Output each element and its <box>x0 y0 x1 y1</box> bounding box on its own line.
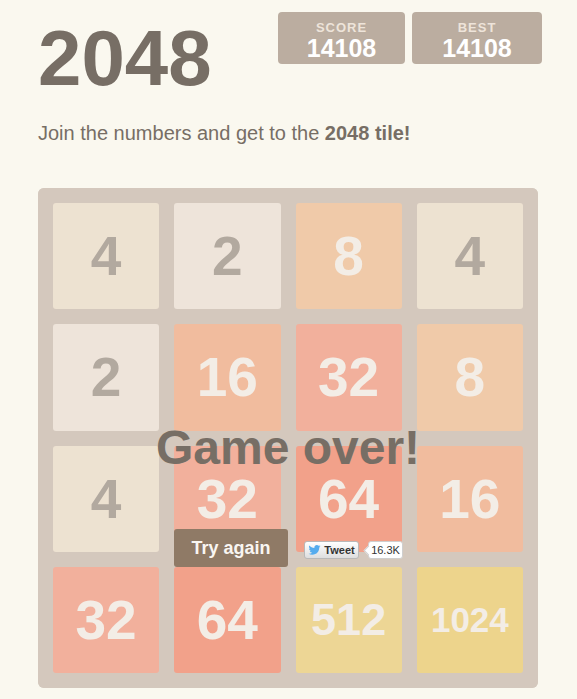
best-box: BEST 14108 <box>412 12 542 64</box>
game-over-message: Game over! <box>38 424 538 472</box>
best-label: BEST <box>412 20 542 35</box>
tweet-count-value: 16.3K <box>371 544 400 556</box>
subtitle-bold: 2048 tile! <box>325 122 411 144</box>
try-again-button[interactable]: Try again <box>174 529 288 567</box>
app-title: 2048 <box>38 18 212 98</box>
tweet-button[interactable]: Tweet <box>304 541 359 559</box>
twitter-bird-icon <box>308 545 321 556</box>
game-board[interactable]: 4284216328432641632645121024 Game over! … <box>38 188 538 688</box>
score-value: 14108 <box>278 35 405 62</box>
subtitle-plain: Join the numbers and get to the <box>38 122 325 144</box>
score-box: SCORE 14108 <box>278 12 405 64</box>
game-over-overlay: Game over! Try again Tweet 16.3K <box>38 188 538 688</box>
tweet-count-bubble[interactable]: 16.3K <box>368 541 403 559</box>
tweet-label: Tweet <box>324 544 354 556</box>
subtitle: Join the numbers and get to the 2048 til… <box>38 120 410 146</box>
page: 2048 SCORE 14108 BEST 14108 Join the num… <box>0 0 577 699</box>
score-label: SCORE <box>278 20 405 35</box>
best-value: 14108 <box>412 35 542 62</box>
